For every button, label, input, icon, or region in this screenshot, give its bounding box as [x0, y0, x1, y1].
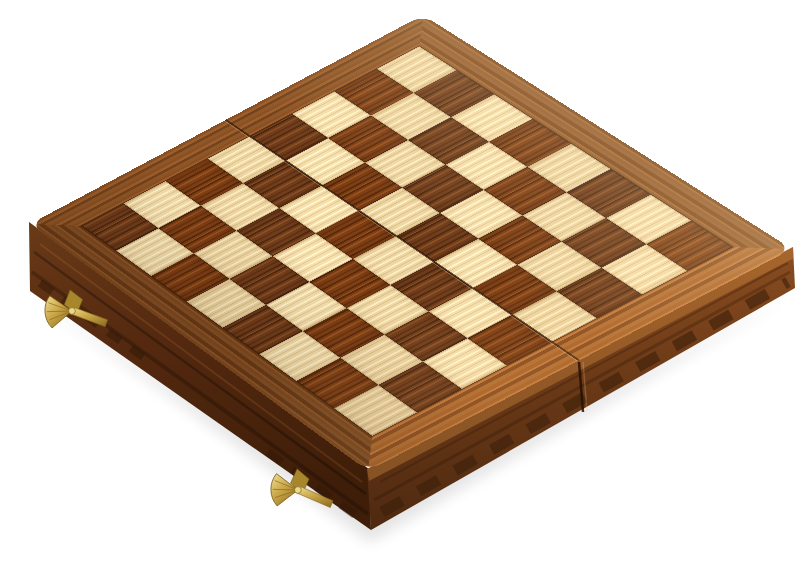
- product-photo-stage: [0, 0, 800, 563]
